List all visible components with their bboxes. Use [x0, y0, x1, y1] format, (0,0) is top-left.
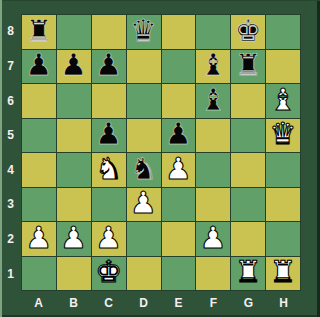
square-e7[interactable]	[162, 50, 196, 84]
square-e8[interactable]	[162, 15, 196, 49]
square-g1[interactable]: ♜	[231, 257, 265, 291]
piece-black-bishop: ♝	[200, 50, 227, 80]
square-h2[interactable]	[266, 222, 300, 256]
piece-white-pawn: ♟	[60, 223, 87, 253]
square-a4[interactable]	[22, 153, 56, 187]
square-f8[interactable]	[196, 15, 230, 49]
file-label-a: A	[21, 291, 56, 315]
square-c5[interactable]: ♟	[92, 119, 126, 153]
square-e5[interactable]: ♟	[162, 119, 196, 153]
square-b4[interactable]	[57, 153, 91, 187]
square-d1[interactable]	[127, 257, 161, 291]
rank-label-2: 2	[0, 222, 21, 257]
piece-black-pawn: ♟	[95, 119, 122, 149]
piece-white-pawn: ♟	[200, 223, 227, 253]
square-f5[interactable]	[196, 119, 230, 153]
square-g3[interactable]	[231, 188, 265, 222]
square-g7[interactable]: ♜	[231, 50, 265, 84]
piece-white-pawn: ♟	[165, 154, 192, 184]
piece-black-bishop: ♝	[200, 85, 227, 115]
square-g4[interactable]	[231, 153, 265, 187]
rank-label-6: 6	[0, 83, 21, 118]
piece-black-rook: ♜	[25, 16, 52, 46]
square-a5[interactable]	[22, 119, 56, 153]
chess-diagram: ♜♛♚♟♟♟♝♜♝♝♟♟♛♞♞♟♟♟♟♟♟♚♜♜ 87654321 ABCDEF…	[0, 0, 320, 317]
square-e4[interactable]: ♟	[162, 153, 196, 187]
piece-white-pawn: ♟	[95, 223, 122, 253]
rank-label-1: 1	[0, 256, 21, 291]
square-h8[interactable]	[266, 15, 300, 49]
square-d6[interactable]	[127, 84, 161, 118]
square-b8[interactable]	[57, 15, 91, 49]
file-label-g: G	[231, 291, 266, 315]
square-d4[interactable]: ♞	[127, 153, 161, 187]
piece-black-pawn: ♟	[95, 50, 122, 80]
square-h4[interactable]	[266, 153, 300, 187]
square-h6[interactable]: ♝	[266, 84, 300, 118]
square-c1[interactable]: ♚	[92, 257, 126, 291]
square-d3[interactable]: ♟	[127, 188, 161, 222]
square-d2[interactable]	[127, 222, 161, 256]
square-c2[interactable]: ♟	[92, 222, 126, 256]
square-f2[interactable]: ♟	[196, 222, 230, 256]
square-a6[interactable]	[22, 84, 56, 118]
piece-white-queen: ♛	[270, 119, 297, 149]
file-label-e: E	[161, 291, 196, 315]
piece-black-rook: ♜	[235, 50, 262, 80]
square-b7[interactable]: ♟	[57, 50, 91, 84]
piece-white-pawn: ♟	[130, 188, 157, 218]
square-e1[interactable]	[162, 257, 196, 291]
square-f1[interactable]	[196, 257, 230, 291]
square-f7[interactable]: ♝	[196, 50, 230, 84]
piece-black-pawn: ♟	[25, 50, 52, 80]
square-a3[interactable]	[22, 188, 56, 222]
square-g2[interactable]	[231, 222, 265, 256]
square-c8[interactable]	[92, 15, 126, 49]
piece-white-pawn: ♟	[25, 223, 52, 253]
piece-white-knight: ♞	[95, 154, 122, 184]
square-e6[interactable]	[162, 84, 196, 118]
square-h5[interactable]: ♛	[266, 119, 300, 153]
square-f6[interactable]: ♝	[196, 84, 230, 118]
square-c6[interactable]	[92, 84, 126, 118]
piece-white-bishop: ♝	[270, 85, 297, 115]
square-g6[interactable]	[231, 84, 265, 118]
file-label-h: H	[266, 291, 301, 315]
file-label-c: C	[91, 291, 126, 315]
square-h1[interactable]: ♜	[266, 257, 300, 291]
square-a7[interactable]: ♟	[22, 50, 56, 84]
piece-black-queen: ♛	[130, 16, 157, 46]
piece-white-rook: ♜	[270, 257, 297, 287]
piece-black-king: ♚	[235, 16, 262, 46]
square-c4[interactable]: ♞	[92, 153, 126, 187]
file-label-d: D	[126, 291, 161, 315]
rank-label-4: 4	[0, 153, 21, 188]
square-a1[interactable]	[22, 257, 56, 291]
square-a8[interactable]: ♜	[22, 15, 56, 49]
chess-board: ♜♛♚♟♟♟♝♜♝♝♟♟♛♞♞♟♟♟♟♟♟♚♜♜	[21, 14, 301, 291]
square-d7[interactable]	[127, 50, 161, 84]
piece-black-knight: ♞	[130, 154, 157, 184]
rank-label-5: 5	[0, 118, 21, 153]
square-b1[interactable]	[57, 257, 91, 291]
square-f4[interactable]	[196, 153, 230, 187]
square-g5[interactable]	[231, 119, 265, 153]
square-b5[interactable]	[57, 119, 91, 153]
rank-label-7: 7	[0, 49, 21, 84]
piece-black-pawn: ♟	[60, 50, 87, 80]
piece-black-pawn: ♟	[165, 119, 192, 149]
rank-labels: 87654321	[0, 14, 21, 291]
square-e2[interactable]	[162, 222, 196, 256]
square-b2[interactable]: ♟	[57, 222, 91, 256]
square-d5[interactable]	[127, 119, 161, 153]
square-a2[interactable]: ♟	[22, 222, 56, 256]
piece-white-king: ♚	[95, 257, 122, 287]
square-c7[interactable]: ♟	[92, 50, 126, 84]
square-g8[interactable]: ♚	[231, 15, 265, 49]
square-h3[interactable]	[266, 188, 300, 222]
rank-label-8: 8	[0, 14, 21, 49]
piece-white-rook: ♜	[235, 257, 262, 287]
rank-label-3: 3	[0, 187, 21, 222]
file-label-b: B	[56, 291, 91, 315]
square-d8[interactable]: ♛	[127, 15, 161, 49]
file-labels: ABCDEFGH	[21, 291, 301, 315]
file-label-f: F	[196, 291, 231, 315]
square-b3[interactable]	[57, 188, 91, 222]
square-h7[interactable]	[266, 50, 300, 84]
square-b6[interactable]	[57, 84, 91, 118]
square-e3[interactable]	[162, 188, 196, 222]
square-c3[interactable]	[92, 188, 126, 222]
square-f3[interactable]	[196, 188, 230, 222]
